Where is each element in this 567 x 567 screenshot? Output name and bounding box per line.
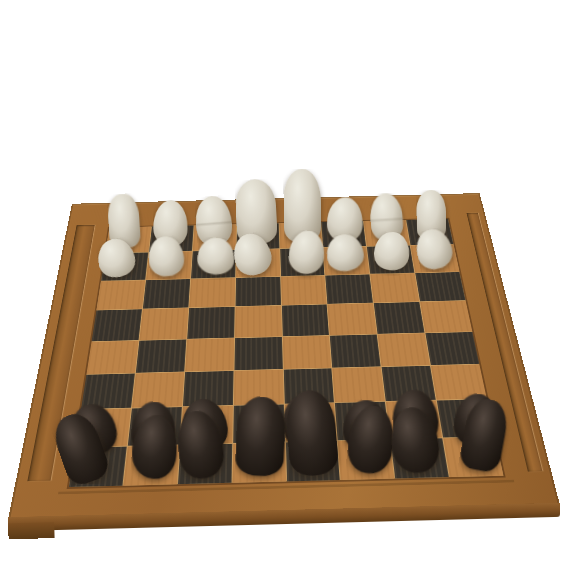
square-e4[interactable] xyxy=(281,305,329,336)
square-b5[interactable] xyxy=(136,339,186,373)
square-a2[interactable] xyxy=(101,253,148,281)
square-f3[interactable] xyxy=(326,274,374,304)
black-queen-piece[interactable] xyxy=(235,396,287,478)
square-d2[interactable] xyxy=(236,249,280,277)
square-h3[interactable] xyxy=(415,272,465,302)
square-f6[interactable] xyxy=(333,367,386,403)
square-d4[interactable] xyxy=(235,306,282,337)
square-c8[interactable] xyxy=(178,444,232,485)
square-h4[interactable] xyxy=(420,301,472,332)
square-c4[interactable] xyxy=(187,307,234,339)
square-g5[interactable] xyxy=(378,333,430,366)
square-c2[interactable] xyxy=(191,250,236,278)
square-g8[interactable] xyxy=(391,438,449,479)
square-b4[interactable] xyxy=(139,308,188,340)
square-f5[interactable] xyxy=(330,334,381,367)
square-c5[interactable] xyxy=(185,338,234,371)
square-f2[interactable] xyxy=(323,247,369,275)
square-e2[interactable] xyxy=(280,248,325,276)
square-f4[interactable] xyxy=(328,303,377,334)
square-h2[interactable] xyxy=(411,245,460,273)
chess-board-squares xyxy=(69,219,503,487)
square-h5[interactable] xyxy=(425,332,479,365)
square-c3[interactable] xyxy=(189,278,235,308)
square-d5[interactable] xyxy=(234,337,282,370)
square-g2[interactable] xyxy=(367,246,414,274)
square-a4[interactable] xyxy=(92,309,142,341)
square-e8[interactable] xyxy=(285,441,340,482)
board-group xyxy=(0,0,567,567)
board-left-foot xyxy=(8,522,54,539)
square-g3[interactable] xyxy=(370,273,419,303)
square-a3[interactable] xyxy=(97,280,146,310)
square-h8[interactable] xyxy=(443,437,503,477)
square-b8[interactable] xyxy=(123,445,179,486)
square-a5[interactable] xyxy=(87,340,139,374)
square-g4[interactable] xyxy=(374,302,425,333)
square-d3[interactable] xyxy=(235,277,280,307)
chess-board-frame xyxy=(8,193,560,519)
chess-set-photo xyxy=(0,0,567,567)
square-e5[interactable] xyxy=(282,335,331,368)
square-a8[interactable] xyxy=(69,446,127,487)
square-f8[interactable] xyxy=(338,439,394,480)
square-e3[interactable] xyxy=(281,275,327,305)
square-b2[interactable] xyxy=(146,251,192,279)
square-b3[interactable] xyxy=(143,279,190,309)
square-d8[interactable] xyxy=(232,442,285,483)
